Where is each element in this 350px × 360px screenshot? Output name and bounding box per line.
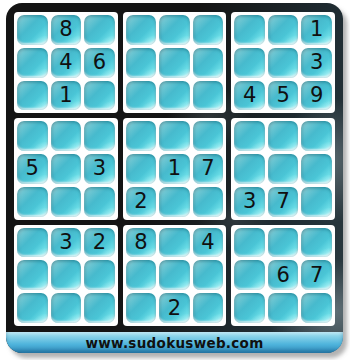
- cell-r8c6[interactable]: [193, 260, 224, 290]
- cell-r8c4[interactable]: [126, 260, 157, 290]
- cell-r5c8[interactable]: [268, 154, 299, 184]
- cell-r9c2[interactable]: [51, 293, 82, 323]
- cell-r1c5[interactable]: [159, 15, 190, 45]
- cell-r3c5[interactable]: [159, 81, 190, 111]
- box-r2c3: 37: [231, 118, 335, 219]
- cell-r3c7[interactable]: 4: [234, 81, 265, 111]
- sudoku-board: 84611345953172373284267: [6, 3, 343, 332]
- cell-r1c2[interactable]: 8: [51, 15, 82, 45]
- cell-r4c7[interactable]: [234, 121, 265, 151]
- cell-r2c5[interactable]: [159, 48, 190, 78]
- cell-r7c9[interactable]: [301, 228, 332, 258]
- cell-r7c1[interactable]: [17, 228, 48, 258]
- cell-r9c5[interactable]: 2: [159, 293, 190, 323]
- cell-r6c4[interactable]: 2: [126, 187, 157, 217]
- cell-r5c3[interactable]: 3: [84, 154, 115, 184]
- cell-r2c9[interactable]: 3: [301, 48, 332, 78]
- cell-r4c1[interactable]: [17, 121, 48, 151]
- cell-r3c9[interactable]: 9: [301, 81, 332, 111]
- cell-r7c5[interactable]: [159, 228, 190, 258]
- cell-r7c2[interactable]: 3: [51, 228, 82, 258]
- box-r2c1: 53: [14, 118, 118, 219]
- cell-r2c6[interactable]: [193, 48, 224, 78]
- cell-r8c7[interactable]: [234, 260, 265, 290]
- cell-r8c3[interactable]: [84, 260, 115, 290]
- box-r3c3: 67: [231, 225, 335, 326]
- cell-r1c6[interactable]: [193, 15, 224, 45]
- cell-r1c8[interactable]: [268, 15, 299, 45]
- cell-r9c4[interactable]: [126, 293, 157, 323]
- cell-r6c8[interactable]: 7: [268, 187, 299, 217]
- cell-r6c3[interactable]: [84, 187, 115, 217]
- cell-r9c9[interactable]: [301, 293, 332, 323]
- cell-r3c2[interactable]: 1: [51, 81, 82, 111]
- box-r3c1: 32: [14, 225, 118, 326]
- cell-r3c3[interactable]: [84, 81, 115, 111]
- cell-r1c4[interactable]: [126, 15, 157, 45]
- cell-r4c4[interactable]: [126, 121, 157, 151]
- cell-r1c1[interactable]: [17, 15, 48, 45]
- cell-r6c6[interactable]: [193, 187, 224, 217]
- cell-r1c9[interactable]: 1: [301, 15, 332, 45]
- cell-r6c2[interactable]: [51, 187, 82, 217]
- cell-r2c7[interactable]: [234, 48, 265, 78]
- cell-r4c3[interactable]: [84, 121, 115, 151]
- cell-r4c8[interactable]: [268, 121, 299, 151]
- cell-r8c9[interactable]: 7: [301, 260, 332, 290]
- cell-r9c7[interactable]: [234, 293, 265, 323]
- cell-r6c7[interactable]: 3: [234, 187, 265, 217]
- cell-r7c3[interactable]: 2: [84, 228, 115, 258]
- cell-r9c6[interactable]: [193, 293, 224, 323]
- cell-r5c1[interactable]: 5: [17, 154, 48, 184]
- cell-r8c1[interactable]: [17, 260, 48, 290]
- cell-r7c8[interactable]: [268, 228, 299, 258]
- site-url-link[interactable]: www.sudokusweb.com: [85, 335, 263, 351]
- cell-r4c9[interactable]: [301, 121, 332, 151]
- cell-r8c5[interactable]: [159, 260, 190, 290]
- cell-r6c9[interactable]: [301, 187, 332, 217]
- cell-r7c4[interactable]: 8: [126, 228, 157, 258]
- box-r1c1: 8461: [14, 12, 118, 113]
- cell-r2c2[interactable]: 4: [51, 48, 82, 78]
- cell-r7c7[interactable]: [234, 228, 265, 258]
- cell-r3c8[interactable]: 5: [268, 81, 299, 111]
- cell-r5c4[interactable]: [126, 154, 157, 184]
- box-r1c3: 13459: [231, 12, 335, 113]
- cell-r9c8[interactable]: [268, 293, 299, 323]
- cell-r8c2[interactable]: [51, 260, 82, 290]
- cell-r2c4[interactable]: [126, 48, 157, 78]
- cell-r1c3[interactable]: [84, 15, 115, 45]
- cell-r9c1[interactable]: [17, 293, 48, 323]
- cell-r6c5[interactable]: [159, 187, 190, 217]
- cell-r2c1[interactable]: [17, 48, 48, 78]
- box-r2c2: 172: [123, 118, 227, 219]
- board-frame: 84611345953172373284267 www.sudokusweb.c…: [6, 3, 343, 353]
- cell-r5c9[interactable]: [301, 154, 332, 184]
- cell-r3c4[interactable]: [126, 81, 157, 111]
- cell-r9c3[interactable]: [84, 293, 115, 323]
- cell-r4c2[interactable]: [51, 121, 82, 151]
- cell-r4c6[interactable]: [193, 121, 224, 151]
- cell-r5c5[interactable]: 1: [159, 154, 190, 184]
- cell-r6c1[interactable]: [17, 187, 48, 217]
- box-r3c2: 842: [123, 225, 227, 326]
- cell-r5c6[interactable]: 7: [193, 154, 224, 184]
- cell-r4c5[interactable]: [159, 121, 190, 151]
- box-r1c2: [123, 12, 227, 113]
- cell-r8c8[interactable]: 6: [268, 260, 299, 290]
- cell-r5c2[interactable]: [51, 154, 82, 184]
- cell-r3c1[interactable]: [17, 81, 48, 111]
- cell-r3c6[interactable]: [193, 81, 224, 111]
- cell-r7c6[interactable]: 4: [193, 228, 224, 258]
- cell-r2c8[interactable]: [268, 48, 299, 78]
- cell-r2c3[interactable]: 6: [84, 48, 115, 78]
- cell-r1c7[interactable]: [234, 15, 265, 45]
- footer-bar: www.sudokusweb.com: [6, 332, 343, 353]
- cell-r5c7[interactable]: [234, 154, 265, 184]
